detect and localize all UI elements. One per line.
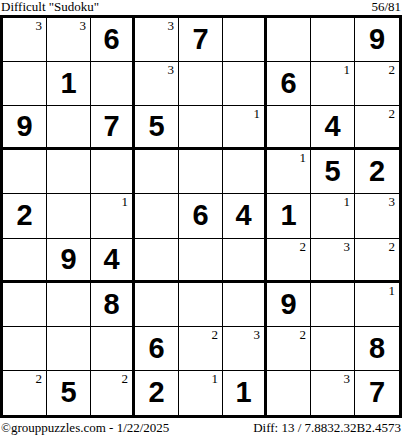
- cell-r7c2[interactable]: [47, 283, 91, 327]
- cell-r6c2[interactable]: 9: [47, 239, 91, 283]
- cell-r7c4[interactable]: [135, 283, 179, 327]
- pencil-mark: 2: [300, 239, 307, 254]
- cell-r4c7[interactable]: 1: [267, 150, 311, 194]
- cell-r7c9[interactable]: 1: [355, 283, 399, 327]
- given-digit: 5: [324, 157, 340, 186]
- cell-r5c4[interactable]: [135, 194, 179, 238]
- cell-r4c3[interactable]: [91, 150, 135, 194]
- puzzle-title: Difficult "Sudoku": [1, 0, 99, 14]
- given-digit: 6: [280, 69, 296, 98]
- cell-r3c4[interactable]: 5: [135, 106, 179, 150]
- cell-r8c4[interactable]: 6: [135, 327, 179, 371]
- pencil-mark: 2: [212, 327, 219, 342]
- cell-r1c4[interactable]: 3: [135, 18, 179, 62]
- pencil-mark: 3: [344, 239, 351, 254]
- cell-r9c9[interactable]: 7: [355, 371, 399, 415]
- cell-r6c5[interactable]: [179, 239, 223, 283]
- pencil-mark: 1: [300, 150, 307, 165]
- cell-r1c3[interactable]: 6: [91, 18, 135, 62]
- pencil-mark: 3: [36, 18, 43, 33]
- cell-r1c8[interactable]: [311, 18, 355, 62]
- cell-r9c4[interactable]: 2: [135, 371, 179, 415]
- cell-r1c5[interactable]: 7: [179, 18, 223, 62]
- cell-r9c2[interactable]: 5: [47, 371, 91, 415]
- cell-r3c3[interactable]: 7: [91, 106, 135, 150]
- cell-r1c6[interactable]: [223, 18, 267, 62]
- given-digit: 1: [235, 378, 251, 407]
- cell-r3c1[interactable]: 9: [3, 106, 47, 150]
- cell-r3c8[interactable]: 4: [311, 106, 355, 150]
- given-digit: 6: [192, 201, 208, 230]
- cell-r5c6[interactable]: 4: [223, 194, 267, 238]
- cell-r4c5[interactable]: [179, 150, 223, 194]
- cell-r8c3[interactable]: [91, 327, 135, 371]
- cell-r6c1[interactable]: [3, 239, 47, 283]
- cell-r3c9[interactable]: 2: [355, 106, 399, 150]
- given-digit: 4: [235, 201, 251, 230]
- cell-r1c1[interactable]: 3: [3, 18, 47, 62]
- cell-r3c2[interactable]: [47, 106, 91, 150]
- pencil-mark: 1: [389, 283, 396, 298]
- cell-r4c2[interactable]: [47, 150, 91, 194]
- given-digit: 9: [60, 245, 76, 274]
- cell-r7c8[interactable]: [311, 283, 355, 327]
- cell-r8c8[interactable]: [311, 327, 355, 371]
- cell-r6c4[interactable]: [135, 239, 179, 283]
- cell-r2c7[interactable]: 6: [267, 62, 311, 106]
- cell-r8c9[interactable]: 8: [355, 327, 399, 371]
- cell-r7c7[interactable]: 9: [267, 283, 311, 327]
- given-digit: 9: [280, 290, 296, 319]
- cell-r9c8[interactable]: 3: [311, 371, 355, 415]
- sudoku-page: Difficult "Sudoku" 56/81 336379136129751…: [0, 0, 402, 437]
- pencil-mark: 3: [168, 62, 175, 77]
- pencil-mark: 1: [212, 371, 219, 386]
- given-digit: 7: [369, 378, 385, 407]
- cell-r6c7[interactable]: 2: [267, 239, 311, 283]
- cell-r6c6[interactable]: [223, 239, 267, 283]
- cell-r4c1[interactable]: [3, 150, 47, 194]
- cell-r6c3[interactable]: 4: [91, 239, 135, 283]
- given-digit: 6: [103, 25, 119, 54]
- cell-r9c1[interactable]: 2: [3, 371, 47, 415]
- cell-r9c7[interactable]: [267, 371, 311, 415]
- pencil-mark: 1: [122, 194, 129, 209]
- cell-r7c1[interactable]: [3, 283, 47, 327]
- cell-r8c1[interactable]: [3, 327, 47, 371]
- pencil-mark: 3: [254, 327, 261, 342]
- sudoku-board: 3363791361297514215221641139423289162328…: [0, 15, 402, 418]
- cell-r4c6[interactable]: [223, 150, 267, 194]
- page-header: Difficult "Sudoku" 56/81: [0, 0, 402, 15]
- given-digit: 8: [103, 290, 119, 319]
- cell-r5c1[interactable]: 2: [3, 194, 47, 238]
- cell-r2c4[interactable]: 3: [135, 62, 179, 106]
- cell-r7c3[interactable]: 8: [91, 283, 135, 327]
- given-digit: 6: [148, 334, 164, 363]
- given-digit: 9: [369, 25, 385, 54]
- cell-r2c5[interactable]: [179, 62, 223, 106]
- pencil-mark: 2: [300, 327, 307, 342]
- given-digit: 7: [103, 112, 119, 141]
- cell-r5c5[interactable]: 6: [179, 194, 223, 238]
- cell-r4c9[interactable]: 2: [355, 150, 399, 194]
- cell-r2c1[interactable]: [3, 62, 47, 106]
- pencil-mark: 3: [389, 194, 396, 209]
- cell-r7c5[interactable]: [179, 283, 223, 327]
- cell-r8c6[interactable]: 3: [223, 327, 267, 371]
- given-digit: 4: [103, 245, 119, 274]
- cell-r4c8[interactable]: 5: [311, 150, 355, 194]
- given-digit: 2: [369, 157, 385, 186]
- pencil-mark: 2: [122, 371, 129, 386]
- given-digit: 1: [60, 69, 76, 98]
- cell-r2c3[interactable]: [91, 62, 135, 106]
- progress-counter: 56/81: [371, 0, 401, 14]
- cell-r8c7[interactable]: 2: [267, 327, 311, 371]
- cell-r5c3[interactable]: 1: [91, 194, 135, 238]
- cell-r5c9[interactable]: 3: [355, 194, 399, 238]
- cell-r6c8[interactable]: 3: [311, 239, 355, 283]
- cell-r4c4[interactable]: [135, 150, 179, 194]
- cell-r3c7[interactable]: [267, 106, 311, 150]
- cell-r8c2[interactable]: [47, 327, 91, 371]
- cell-r9c6[interactable]: 1: [223, 371, 267, 415]
- cell-r6c9[interactable]: 2: [355, 239, 399, 283]
- cell-r1c2[interactable]: 3: [47, 18, 91, 62]
- cell-r5c2[interactable]: [47, 194, 91, 238]
- pencil-mark: 3: [168, 18, 175, 33]
- pencil-mark: 1: [344, 194, 351, 209]
- given-digit: 4: [324, 112, 340, 141]
- page-footer: ©grouppuzzles.com - 1/22/2025 Diff: 13 /…: [0, 418, 402, 437]
- given-digit: 8: [369, 334, 385, 363]
- pencil-mark: 2: [389, 106, 396, 121]
- cell-r2c2[interactable]: 1: [47, 62, 91, 106]
- cell-r1c7[interactable]: [267, 18, 311, 62]
- cell-r3c5[interactable]: [179, 106, 223, 150]
- pencil-mark: 2: [36, 371, 43, 386]
- pencil-mark: 1: [344, 62, 351, 77]
- cell-r2c8[interactable]: 1: [311, 62, 355, 106]
- cell-r8c5[interactable]: 2: [179, 327, 223, 371]
- difficulty-text: Diff: 13 / 7.8832.32B2.4573: [253, 420, 401, 436]
- cell-r2c9[interactable]: 2: [355, 62, 399, 106]
- given-digit: 2: [148, 378, 164, 407]
- cell-r1c9[interactable]: 9: [355, 18, 399, 62]
- cell-r9c5[interactable]: 1: [179, 371, 223, 415]
- copyright-text: ©grouppuzzles.com - 1/22/2025: [1, 420, 169, 436]
- given-digit: 9: [16, 112, 32, 141]
- cell-r9c3[interactable]: 2: [91, 371, 135, 415]
- pencil-mark: 3: [80, 18, 87, 33]
- cell-r5c7[interactable]: 1: [267, 194, 311, 238]
- given-digit: 7: [192, 25, 208, 54]
- pencil-mark: 1: [254, 106, 261, 121]
- given-digit: 5: [148, 112, 164, 141]
- given-digit: 2: [16, 201, 32, 230]
- given-digit: 1: [280, 201, 296, 230]
- cell-r7c6[interactable]: [223, 283, 267, 327]
- given-digit: 5: [60, 378, 76, 407]
- pencil-mark: 2: [389, 239, 396, 254]
- cell-r5c8[interactable]: 1: [311, 194, 355, 238]
- pencil-mark: 2: [389, 62, 396, 77]
- pencil-mark: 3: [344, 371, 351, 386]
- cell-r2c6[interactable]: [223, 62, 267, 106]
- cell-r3c6[interactable]: 1: [223, 106, 267, 150]
